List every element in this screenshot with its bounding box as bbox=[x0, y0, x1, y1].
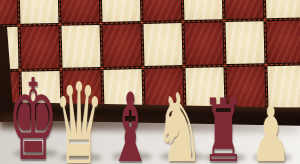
board-square-light bbox=[144, 23, 183, 66]
dark-bishop-piece: ♝ bbox=[106, 81, 155, 164]
board-square-light bbox=[265, 0, 300, 18]
board-square-dark bbox=[61, 0, 100, 23]
light-pawn-piece: ♟ bbox=[248, 97, 294, 164]
board-square-dark bbox=[224, 0, 263, 19]
board-square-dark bbox=[103, 24, 142, 67]
light-queen-piece: ♛ bbox=[51, 68, 107, 164]
board-square-dark bbox=[185, 22, 224, 65]
board-square-dark bbox=[0, 0, 17, 25]
board-square-light bbox=[102, 0, 141, 22]
board-square-light bbox=[226, 21, 265, 64]
board-square-light bbox=[20, 0, 59, 24]
board-square-dark bbox=[143, 0, 182, 21]
dark-rook-piece: ♜ bbox=[200, 88, 248, 164]
board-square-dark bbox=[266, 20, 300, 63]
chess-photo: ♚ ♛ ♝ ♞ ♜ ♟ bbox=[0, 0, 300, 164]
board-square-light bbox=[183, 0, 222, 20]
